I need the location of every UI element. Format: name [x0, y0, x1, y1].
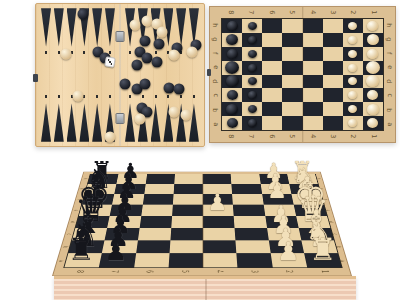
piece-topview-black-K[interactable]: [225, 61, 239, 74]
square[interactable]: [363, 47, 383, 61]
piece-topview-black-P[interactable]: [248, 50, 257, 58]
coord-label: 1: [371, 134, 378, 138]
die[interactable]: [104, 56, 116, 68]
backgammon-point[interactable]: [125, 103, 135, 141]
square[interactable]: [262, 116, 282, 130]
square[interactable]: [242, 88, 262, 102]
square[interactable]: [242, 75, 262, 89]
square[interactable]: [222, 116, 242, 130]
piece-topview-black-N[interactable]: [226, 104, 238, 115]
square[interactable]: [262, 61, 282, 75]
checker-dark[interactable]: [153, 38, 164, 49]
coord-label: 5: [289, 134, 296, 138]
piece-topview-white-N[interactable]: [367, 34, 379, 45]
square[interactable]: [282, 19, 302, 33]
hinge-seam: [119, 4, 121, 146]
square[interactable]: [323, 116, 343, 130]
square[interactable]: [222, 75, 242, 89]
square[interactable]: [282, 88, 302, 102]
checker-dark[interactable]: [120, 78, 131, 89]
chess-board-3d-panel: 87654321hgfedcbahgfedcba ♜♟♟♜♞♟♟♞♝♟♟♝♚♟♟…: [30, 148, 375, 300]
square[interactable]: [343, 116, 363, 130]
product-photo: 8765432187654321hgfedcbahgfedcba 8765432…: [0, 0, 400, 300]
coord-label: 6: [269, 10, 276, 14]
piece-black-R[interactable]: ♜: [68, 235, 95, 265]
square[interactable]: [282, 47, 302, 61]
backgammon-point[interactable]: [54, 103, 64, 141]
backgammon-point[interactable]: [105, 8, 115, 46]
square[interactable]: [282, 75, 302, 89]
square[interactable]: [363, 88, 383, 102]
coord-label: g: [212, 37, 219, 41]
piece-topview-black-P[interactable]: [248, 77, 257, 85]
square[interactable]: [303, 19, 323, 33]
coord-label: b: [386, 108, 393, 112]
hinge: [116, 113, 125, 124]
piece-topview-black-P[interactable]: [248, 119, 257, 127]
square[interactable]: [363, 33, 383, 47]
piece-topview-white-B[interactable]: [367, 49, 378, 59]
file-labels-right: hgfedcba: [384, 18, 395, 131]
square[interactable]: [242, 116, 262, 130]
coord-label: 7: [248, 134, 255, 138]
checker-light[interactable]: [73, 91, 84, 102]
square[interactable]: [303, 33, 323, 47]
coord-label: 1: [371, 10, 378, 14]
backgammon-point[interactable]: [92, 8, 102, 46]
coord-label: e: [386, 65, 393, 69]
piece-topview-black-P[interactable]: [248, 91, 257, 99]
piece-topview-black-R[interactable]: [227, 118, 238, 128]
marker-dot: [41, 51, 51, 54]
checker-light[interactable]: [157, 27, 168, 38]
checker-light[interactable]: [168, 50, 179, 61]
square[interactable]: [262, 75, 282, 89]
backgammon-point[interactable]: [41, 8, 51, 46]
piece-topview-white-P[interactable]: [348, 105, 357, 113]
coord-label: 2: [350, 134, 357, 138]
square[interactable]: [262, 102, 282, 116]
backgammon-point[interactable]: [67, 103, 77, 141]
coord-label: f: [386, 52, 393, 54]
square[interactable]: [363, 102, 383, 116]
square[interactable]: [323, 102, 343, 116]
checker-light[interactable]: [61, 48, 72, 59]
square[interactable]: [222, 88, 242, 102]
square[interactable]: [343, 88, 363, 102]
piece-black-P[interactable]: ♟: [104, 239, 127, 264]
square[interactable]: [323, 88, 343, 102]
checker-light[interactable]: [135, 114, 146, 125]
coord-label: e: [212, 65, 219, 69]
square[interactable]: [262, 47, 282, 61]
fold-seam: [302, 7, 304, 142]
square[interactable]: [222, 19, 242, 33]
coord-label: 8: [228, 134, 235, 138]
square[interactable]: [363, 75, 383, 89]
backgammon-point[interactable]: [151, 103, 161, 141]
square[interactable]: [343, 19, 363, 33]
chess-board-top-view: 8765432187654321hgfedcbahgfedcba: [209, 6, 396, 143]
piece-topview-white-R[interactable]: [367, 118, 378, 128]
piece-topview-black-R[interactable]: [227, 21, 238, 31]
square[interactable]: [222, 61, 242, 75]
square[interactable]: [363, 116, 383, 130]
piece-topview-black-Q[interactable]: [226, 75, 239, 87]
hinge: [116, 31, 125, 42]
coord-label: a: [212, 122, 219, 126]
checker-dark[interactable]: [140, 78, 151, 89]
backgammon-point[interactable]: [54, 8, 64, 46]
square[interactable]: [343, 75, 363, 89]
checker-dark[interactable]: [173, 84, 184, 95]
square[interactable]: [242, 102, 262, 116]
backgammon-point[interactable]: [176, 8, 186, 46]
square[interactable]: [262, 19, 282, 33]
coord-label: h: [212, 23, 219, 27]
piece-topview-white-Q[interactable]: [366, 75, 379, 87]
piece-topview-black-B[interactable]: [227, 49, 238, 59]
square[interactable]: [323, 47, 343, 61]
marker-dot: [105, 95, 115, 98]
square[interactable]: [222, 33, 242, 47]
marker-dot: [54, 95, 64, 98]
square[interactable]: [343, 61, 363, 75]
marker-dot: [125, 95, 135, 98]
chess-pieces-overlay: ♜♟♟♜♞♟♟♞♝♟♟♝♚♟♟♚♛♟♟♛♝♟♟♝♞♟♟♞♜♟♟♜: [30, 148, 375, 300]
square[interactable]: [303, 102, 323, 116]
square[interactable]: [323, 75, 343, 89]
square[interactable]: [222, 102, 242, 116]
square[interactable]: [262, 33, 282, 47]
piece-topview-black-P[interactable]: [248, 64, 257, 72]
square[interactable]: [303, 61, 323, 75]
square[interactable]: [282, 102, 302, 116]
square[interactable]: [262, 88, 282, 102]
backgammon-point[interactable]: [189, 103, 199, 141]
checker-dark[interactable]: [140, 35, 151, 46]
piece-topview-black-B[interactable]: [227, 90, 238, 100]
checker-dark[interactable]: [78, 8, 89, 19]
coord-label: d: [212, 79, 219, 83]
square[interactable]: [343, 47, 363, 61]
square[interactable]: [242, 47, 262, 61]
coord-label: a: [386, 122, 393, 126]
square[interactable]: [363, 19, 383, 33]
backgammon-half: [36, 4, 120, 146]
coord-label: 8: [228, 10, 235, 14]
backgammon-point[interactable]: [92, 103, 102, 141]
square[interactable]: [282, 116, 302, 130]
coord-label: 6: [269, 134, 276, 138]
coord-label: g: [386, 37, 393, 41]
backgammon-board: [35, 3, 205, 147]
piece-white-R[interactable]: ♜: [309, 235, 336, 265]
coord-label: 5: [289, 10, 296, 14]
coord-label: b: [212, 108, 219, 112]
square[interactable]: [303, 47, 323, 61]
piece-topview-white-P[interactable]: [348, 64, 357, 72]
square[interactable]: [303, 88, 323, 102]
square[interactable]: [282, 33, 302, 47]
checker-light[interactable]: [187, 47, 198, 58]
square[interactable]: [242, 33, 262, 47]
marker-dot: [163, 95, 173, 98]
marker-dot: [138, 95, 148, 98]
marker-dot: [176, 95, 186, 98]
piece-topview-black-P[interactable]: [248, 105, 257, 113]
coord-label: c: [386, 94, 393, 98]
coord-label: 4: [309, 10, 316, 14]
coord-label: 7: [248, 10, 255, 14]
marker-dot: [92, 95, 102, 98]
marker-dot: [41, 95, 51, 98]
square[interactable]: [323, 33, 343, 47]
piece-topview-black-P[interactable]: [248, 22, 257, 30]
box-latch: [207, 69, 211, 76]
square[interactable]: [303, 75, 323, 89]
marker-dot: [151, 51, 161, 54]
backgammon-point[interactable]: [79, 103, 89, 141]
checker-light[interactable]: [130, 20, 141, 31]
piece-topview-white-P[interactable]: [348, 77, 357, 85]
piece-topview-white-B[interactable]: [367, 90, 378, 100]
checker-light[interactable]: [104, 132, 115, 143]
square[interactable]: [323, 61, 343, 75]
square[interactable]: [242, 61, 262, 75]
coord-label: 3: [330, 10, 337, 14]
piece-topview-white-N[interactable]: [367, 104, 379, 115]
box-latch: [33, 74, 38, 82]
piece-white-P[interactable]: ♟: [277, 239, 300, 264]
piece-topview-white-P[interactable]: [348, 36, 357, 44]
coord-label: 2: [350, 10, 357, 14]
piece-topview-white-P[interactable]: [348, 50, 357, 58]
marker-dot: [125, 51, 135, 54]
piece-topview-black-P[interactable]: [248, 36, 257, 44]
square[interactable]: [323, 19, 343, 33]
checker-dark[interactable]: [131, 60, 142, 71]
piece-topview-white-P[interactable]: [348, 22, 357, 30]
marker-dot: [151, 95, 161, 98]
piece-topview-white-R[interactable]: [367, 21, 378, 31]
piece-topview-black-N[interactable]: [226, 34, 238, 45]
coord-label: 4: [309, 134, 316, 138]
coord-label: 3: [330, 134, 337, 138]
piece-white-P[interactable]: ♟: [207, 191, 227, 214]
backgammon-point[interactable]: [67, 8, 77, 46]
checker-light[interactable]: [180, 109, 191, 120]
square[interactable]: [222, 47, 242, 61]
marker-dot: [79, 51, 89, 54]
piece-topview-white-P[interactable]: [348, 91, 357, 99]
file-labels-left: hgfedcba: [210, 18, 221, 131]
square[interactable]: [303, 116, 323, 130]
coord-label: d: [386, 79, 393, 83]
square[interactable]: [343, 102, 363, 116]
coord-label: c: [212, 94, 219, 98]
square[interactable]: [343, 33, 363, 47]
coord-label: f: [212, 52, 219, 54]
checker-dark[interactable]: [151, 57, 162, 68]
piece-topview-white-P[interactable]: [348, 119, 357, 127]
square[interactable]: [242, 19, 262, 33]
marker-dot: [189, 95, 199, 98]
square[interactable]: [363, 61, 383, 75]
coord-label: h: [386, 23, 393, 27]
dot-row: [125, 95, 199, 98]
backgammon-point[interactable]: [41, 103, 51, 141]
checker-light[interactable]: [168, 106, 179, 117]
square[interactable]: [282, 61, 302, 75]
piece-topview-white-K[interactable]: [366, 61, 380, 74]
